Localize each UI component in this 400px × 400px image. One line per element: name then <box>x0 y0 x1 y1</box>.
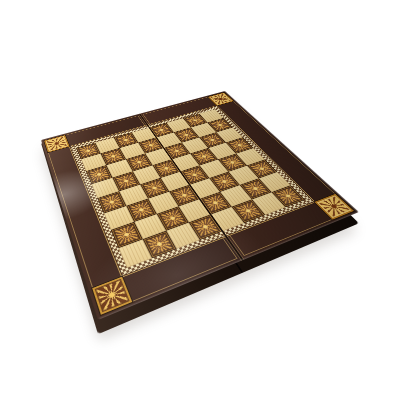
product-photo-stage <box>0 0 400 400</box>
